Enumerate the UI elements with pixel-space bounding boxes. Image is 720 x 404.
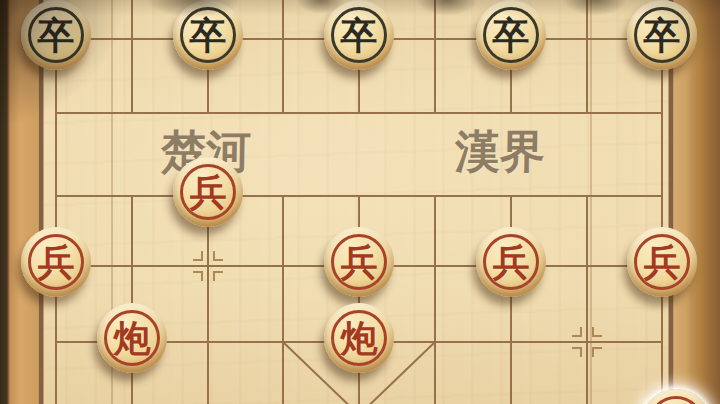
black-soldier-file9-piece[interactable]: 卒 xyxy=(627,0,697,70)
piece-glyph: 炮 xyxy=(324,303,394,373)
top-edge-shadow xyxy=(416,0,478,16)
black-soldier-file7-piece[interactable]: 卒 xyxy=(476,0,546,70)
piece-glyph: 卒 xyxy=(627,0,697,70)
piece-glyph: 卒 xyxy=(324,0,394,70)
piece-glyph: 兵 xyxy=(476,227,546,297)
top-edge-shadow xyxy=(562,0,628,16)
piece-glyph: 炮 xyxy=(97,303,167,373)
piece-glyph: 車 xyxy=(641,389,711,404)
wood-plank-seam xyxy=(590,0,592,404)
point-marker-vacated-soldier-point xyxy=(193,251,223,281)
glowing-corner-piece-piece[interactable]: 車 xyxy=(641,389,711,404)
piece-glyph: 卒 xyxy=(173,0,243,70)
black-soldier-file1-piece[interactable]: 卒 xyxy=(21,0,91,70)
piece-glyph: 卒 xyxy=(476,0,546,70)
piece-glyph: 兵 xyxy=(627,227,697,297)
piece-glyph: 卒 xyxy=(21,0,91,70)
piece-glyph: 兵 xyxy=(324,227,394,297)
red-cannon-left-piece[interactable]: 炮 xyxy=(97,303,167,373)
piece-glyph: 兵 xyxy=(173,157,243,227)
red-cannon-center-piece[interactable]: 炮 xyxy=(324,303,394,373)
xiangqi-board: 楚河 漢界 卒卒卒卒卒兵兵兵兵兵炮炮車 xyxy=(0,0,720,404)
red-soldier-file1-piece[interactable]: 兵 xyxy=(21,227,91,297)
point-marker-vacated-cannon-point xyxy=(572,327,602,357)
red-soldier-file9-piece[interactable]: 兵 xyxy=(627,227,697,297)
red-soldier-advanced-piece[interactable]: 兵 xyxy=(173,157,243,227)
black-soldier-file3-piece[interactable]: 卒 xyxy=(173,0,243,70)
black-soldier-file5-piece[interactable]: 卒 xyxy=(324,0,394,70)
river-label-right: 漢界 xyxy=(455,126,562,178)
red-soldier-file5-piece[interactable]: 兵 xyxy=(324,227,394,297)
piece-glyph: 兵 xyxy=(21,227,91,297)
red-soldier-file7-piece[interactable]: 兵 xyxy=(476,227,546,297)
